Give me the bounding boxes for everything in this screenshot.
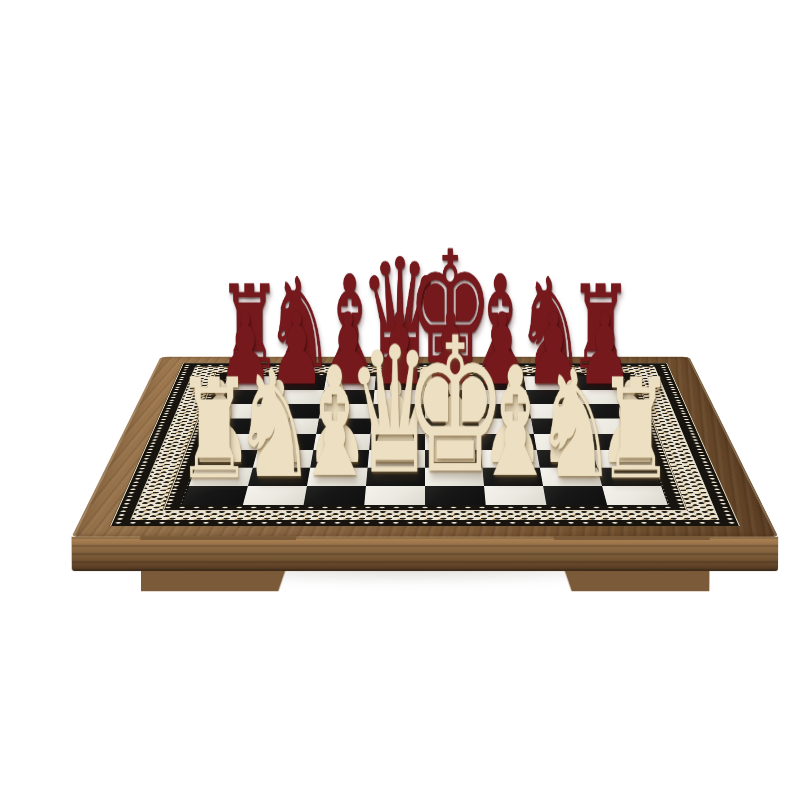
board-front-edge — [72, 537, 779, 571]
product-photo-scene: ♜♞♝♛♚♝♞♜♟♟♟♟♟♟♟♟♟♟♟♟♟♟♟♟♜♞♝♛♚♝♞♜ — [0, 0, 800, 800]
chessboard-3d: ♜♞♝♛♚♝♞♜♟♟♟♟♟♟♟♟♟♟♟♟♟♟♟♟♜♞♝♛♚♝♞♜ — [71, 357, 779, 538]
white-rook-glyph: ♜ — [597, 361, 674, 499]
